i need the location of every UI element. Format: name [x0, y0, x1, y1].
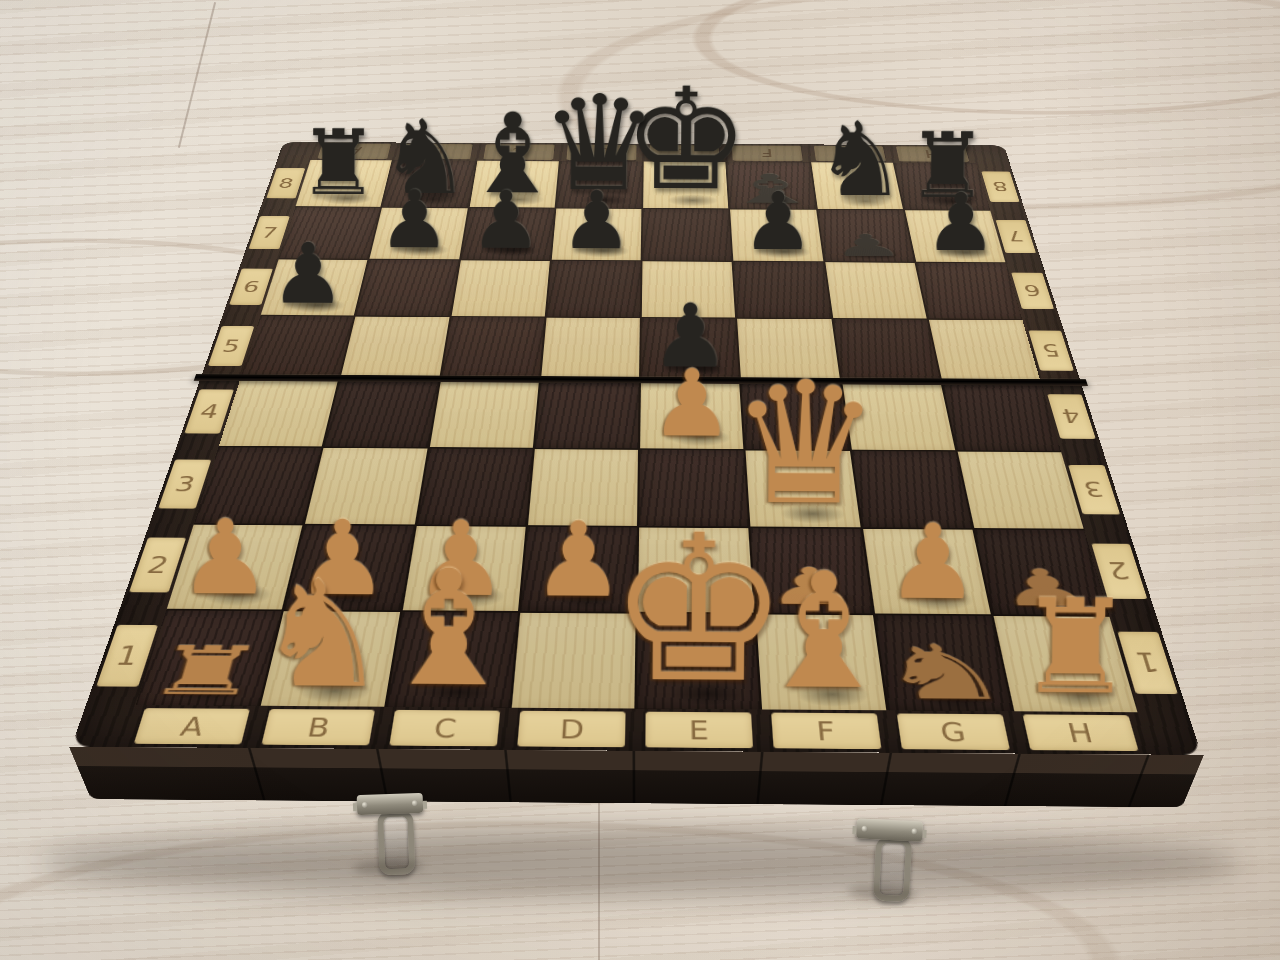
white-knight-b1[interactable]: ♞	[257, 564, 390, 705]
square-g8[interactable]: ♞	[811, 162, 903, 209]
square-d4[interactable]	[535, 380, 639, 448]
file-label-top-C: C	[483, 144, 554, 160]
file-label-bottom-H: H	[1023, 714, 1139, 751]
square-b6[interactable]	[356, 260, 459, 316]
rank-label-right-4: 4	[1047, 394, 1096, 439]
floor-plank-seam	[178, 2, 216, 148]
file-label-top-E: E	[650, 145, 720, 161]
file-label-top-G: G	[814, 146, 886, 162]
square-c6[interactable]	[451, 260, 549, 316]
clasp-plate	[856, 818, 923, 841]
file-label-top-B: B	[400, 144, 472, 160]
square-h5[interactable]	[929, 320, 1041, 382]
file-label-top-D: D	[566, 145, 636, 161]
black-pawn-f7[interactable]: ♟	[742, 184, 814, 260]
white-pawn-g2[interactable]: ♟	[886, 513, 980, 612]
square-c4[interactable]	[429, 380, 538, 448]
file-label-bottom-A: A	[134, 708, 250, 744]
square-d7[interactable]: ♟	[552, 209, 642, 260]
board-frame: ♜♞♝♛♚♝♞♜♟♟♟♟♟♟♟♟♟♛♟♟♟♟♟♟♟♜♞♝♚♝♞♜ 11AA22B…	[71, 142, 1201, 755]
file-label-bottom-G: G	[897, 713, 1010, 750]
square-a6[interactable]: ♟	[261, 259, 368, 315]
chessboard-photo-scene: ♜♞♝♛♚♝♞♜♟♟♟♟♟♟♟♟♟♛♟♟♟♟♟♟♟♜♞♝♚♝♞♜ 11AA22B…	[0, 0, 1280, 960]
white-bishop-c1[interactable]: ♝	[376, 553, 520, 706]
black-pawn-g7[interactable]: ♟	[829, 231, 905, 260]
file-label-top-A: A	[317, 143, 390, 158]
left-clasp-latch	[357, 793, 426, 876]
black-rook-a8[interactable]: ♜	[298, 120, 379, 206]
square-b1[interactable]: ♞	[261, 611, 400, 707]
square-a5[interactable]	[241, 316, 354, 378]
square-g7[interactable]: ♟	[817, 210, 914, 261]
black-pawn-b7[interactable]: ♟	[379, 182, 451, 258]
square-e1[interactable]: ♚	[637, 613, 760, 709]
screw-icon	[911, 828, 917, 834]
file-label-bottom-D: D	[517, 711, 625, 748]
file-label-bottom-B: B	[261, 709, 375, 746]
screw-icon	[362, 802, 368, 808]
file-label-top-H: H	[896, 146, 969, 162]
square-b4[interactable]	[324, 379, 439, 447]
board-box-front-edge	[69, 747, 1204, 808]
white-pawn-e4[interactable]: ♟	[650, 359, 733, 447]
white-rook-h1[interactable]: ♜	[1017, 586, 1135, 711]
square-f7[interactable]: ♟	[730, 210, 823, 261]
square-b5[interactable]	[341, 316, 449, 378]
square-e4[interactable]: ♟	[640, 381, 743, 450]
file-label-bottom-C: C	[389, 710, 500, 747]
square-h7[interactable]: ♟	[905, 210, 1006, 261]
board-floor-shadow	[40, 828, 1240, 898]
screw-icon	[861, 826, 867, 832]
clasp-plate	[357, 793, 424, 815]
black-pawn-a6[interactable]: ♟	[270, 234, 345, 314]
chess-board: ♜♞♝♛♚♝♞♜♟♟♟♟♟♟♟♟♟♛♟♟♟♟♟♟♟♜♞♝♚♝♞♜ 11AA22B…	[71, 142, 1201, 755]
screw-icon	[412, 800, 418, 806]
board-squares-grid: ♜♞♝♛♚♝♞♜♟♟♟♟♟♟♟♟♟♛♟♟♟♟♟♟♟♜♞♝♚♝♞♜	[136, 160, 1138, 712]
white-king-e1[interactable]: ♚	[608, 514, 791, 708]
square-d5[interactable]	[541, 317, 640, 379]
square-e7[interactable]	[643, 209, 732, 260]
right-clasp-latch	[853, 818, 923, 902]
square-a8[interactable]: ♜	[296, 160, 392, 207]
white-rook-a1[interactable]: ♜	[140, 639, 272, 703]
square-f6[interactable]	[734, 262, 831, 318]
file-label-bottom-F: F	[771, 713, 881, 750]
square-b7[interactable]: ♟	[370, 208, 468, 259]
square-h6[interactable]	[916, 262, 1022, 318]
file-label-top-F: F	[732, 145, 803, 161]
black-pawn-h7[interactable]: ♟	[924, 184, 996, 260]
square-a4[interactable]	[219, 378, 339, 446]
square-h4[interactable]	[942, 382, 1061, 451]
square-g6[interactable]	[825, 262, 927, 318]
square-c7[interactable]: ♟	[461, 208, 555, 259]
square-c5[interactable]	[441, 317, 545, 379]
file-label-bottom-E: E	[645, 712, 753, 749]
black-pawn-d7[interactable]: ♟	[560, 183, 632, 259]
square-c1[interactable]: ♝	[386, 612, 517, 708]
rank-label-right-7: 7	[996, 220, 1037, 253]
clasp-shadow	[353, 859, 423, 875]
black-pawn-c7[interactable]: ♟	[470, 182, 542, 258]
square-h1[interactable]: ♜	[993, 616, 1137, 712]
square-d6[interactable]	[546, 261, 640, 317]
rank-label-left-4: 4	[184, 389, 234, 433]
